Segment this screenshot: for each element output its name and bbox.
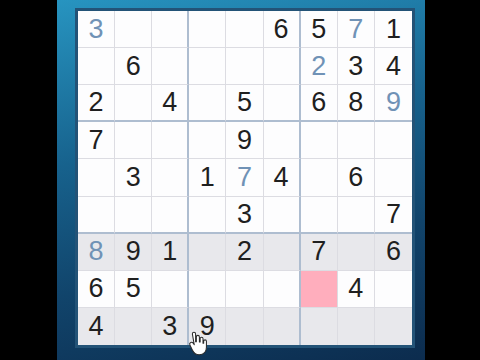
cell-r5c4[interactable]: 1: [189, 159, 226, 196]
cell-r6c9[interactable]: 7: [375, 197, 412, 234]
cell-r7c7[interactable]: 7: [301, 234, 338, 271]
cell-r1c6[interactable]: 6: [264, 11, 301, 48]
cell-r5c5[interactable]: 7: [226, 159, 263, 196]
cell-r1c9[interactable]: 1: [375, 11, 412, 48]
cell-r9c8[interactable]: [338, 308, 375, 345]
cell-r8c5[interactable]: [226, 271, 263, 308]
cell-r1c2[interactable]: [115, 11, 152, 48]
cell-r2c2[interactable]: 6: [115, 48, 152, 85]
cell-r8c9[interactable]: [375, 271, 412, 308]
cell-r1c5[interactable]: [226, 11, 263, 48]
cell-r4c1[interactable]: 7: [78, 122, 115, 159]
sudoku-board: 365716234245689793174637891276654439: [75, 8, 415, 348]
cell-r9c4[interactable]: 9: [189, 308, 226, 345]
cell-r7c8[interactable]: [338, 234, 375, 271]
cell-r6c5[interactable]: 3: [226, 197, 263, 234]
cell-r3c8[interactable]: 8: [338, 85, 375, 122]
cell-r8c6[interactable]: [264, 271, 301, 308]
cell-r6c8[interactable]: [338, 197, 375, 234]
cell-r9c1[interactable]: 4: [78, 308, 115, 345]
cell-r9c3[interactable]: 3: [152, 308, 189, 345]
cell-r4c6[interactable]: [264, 122, 301, 159]
cell-r5c8[interactable]: 6: [338, 159, 375, 196]
cell-r3c2[interactable]: [115, 85, 152, 122]
cell-r3c6[interactable]: [264, 85, 301, 122]
cell-r6c4[interactable]: [189, 197, 226, 234]
cell-r7c3[interactable]: 1: [152, 234, 189, 271]
cell-r4c9[interactable]: [375, 122, 412, 159]
cell-r2c8[interactable]: 3: [338, 48, 375, 85]
cell-r6c1[interactable]: [78, 197, 115, 234]
cell-r9c2[interactable]: [115, 308, 152, 345]
cell-r4c8[interactable]: [338, 122, 375, 159]
cell-r6c6[interactable]: [264, 197, 301, 234]
cell-r9c6[interactable]: [264, 308, 301, 345]
cell-r5c9[interactable]: [375, 159, 412, 196]
cell-r1c7[interactable]: 5: [301, 11, 338, 48]
cell-r9c9[interactable]: [375, 308, 412, 345]
cell-r8c2[interactable]: 5: [115, 271, 152, 308]
cell-r6c7[interactable]: [301, 197, 338, 234]
cell-r2c9[interactable]: 4: [375, 48, 412, 85]
cell-r3c5[interactable]: 5: [226, 85, 263, 122]
cell-r4c7[interactable]: [301, 122, 338, 159]
cell-r1c3[interactable]: [152, 11, 189, 48]
cell-r3c4[interactable]: [189, 85, 226, 122]
cell-r7c2[interactable]: 9: [115, 234, 152, 271]
cell-r3c7[interactable]: 6: [301, 85, 338, 122]
video-frame: 365716234245689793174637891276654439: [0, 0, 480, 360]
cell-r5c7[interactable]: [301, 159, 338, 196]
cell-r3c3[interactable]: 4: [152, 85, 189, 122]
cell-r7c1[interactable]: 8: [78, 234, 115, 271]
cell-r6c2[interactable]: [115, 197, 152, 234]
cell-r1c1[interactable]: 3: [78, 11, 115, 48]
cell-r5c6[interactable]: 4: [264, 159, 301, 196]
cell-r7c6[interactable]: [264, 234, 301, 271]
cell-r2c7[interactable]: 2: [301, 48, 338, 85]
cell-r8c3[interactable]: [152, 271, 189, 308]
cell-r8c7[interactable]: [301, 271, 338, 308]
cell-r7c4[interactable]: [189, 234, 226, 271]
cell-r8c8[interactable]: 4: [338, 271, 375, 308]
cell-r8c4[interactable]: [189, 271, 226, 308]
cell-r5c2[interactable]: 3: [115, 159, 152, 196]
cell-r1c8[interactable]: 7: [338, 11, 375, 48]
cell-r4c4[interactable]: [189, 122, 226, 159]
cell-r2c4[interactable]: [189, 48, 226, 85]
cell-r5c1[interactable]: [78, 159, 115, 196]
cell-r9c7[interactable]: [301, 308, 338, 345]
cell-r3c1[interactable]: 2: [78, 85, 115, 122]
cell-r5c3[interactable]: [152, 159, 189, 196]
cell-r4c5[interactable]: 9: [226, 122, 263, 159]
cell-r7c9[interactable]: 6: [375, 234, 412, 271]
letterbox-left: [0, 0, 57, 360]
cell-r1c4[interactable]: [189, 11, 226, 48]
cell-r2c5[interactable]: [226, 48, 263, 85]
cell-r2c6[interactable]: [264, 48, 301, 85]
cell-r7c5[interactable]: 2: [226, 234, 263, 271]
cell-r9c5[interactable]: [226, 308, 263, 345]
cell-r4c3[interactable]: [152, 122, 189, 159]
letterbox-right: [425, 0, 480, 360]
cell-r2c1[interactable]: [78, 48, 115, 85]
cell-r6c3[interactable]: [152, 197, 189, 234]
cell-r4c2[interactable]: [115, 122, 152, 159]
cell-r2c3[interactable]: [152, 48, 189, 85]
cell-r8c1[interactable]: 6: [78, 271, 115, 308]
cell-r3c9[interactable]: 9: [375, 85, 412, 122]
